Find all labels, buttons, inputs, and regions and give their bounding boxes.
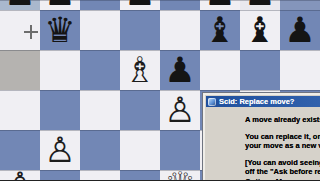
- square-c4[interactable]: [80, 90, 120, 130]
- black-pawn: ♟: [120, 0, 160, 10]
- square-d6[interactable]: [120, 10, 160, 50]
- square-e6[interactable]: [160, 10, 200, 50]
- dialog-text-line: [You can avoid seeing this dialog by tur…: [245, 158, 320, 168]
- scid-window: ♟♟♟♟♟♛♝♝♟♗♟♙♙♙♕ Scid: Replace move? A mo…: [0, 0, 320, 180]
- square-a3[interactable]: [0, 130, 40, 170]
- square-b3[interactable]: ♙: [40, 130, 80, 170]
- square-d4[interactable]: [120, 90, 160, 130]
- black-queen: ♛: [40, 10, 80, 50]
- dialog-paragraph: [You can avoid seeing this dialog by tur…: [245, 158, 320, 181]
- square-a6[interactable]: [0, 10, 40, 50]
- square-f7[interactable]: ♟: [200, 0, 240, 10]
- black-pawn: ♟: [240, 0, 280, 10]
- black-pawn: ♟: [0, 0, 40, 10]
- dialog-paragraph: You can replace it, or addyour move as a…: [245, 132, 320, 151]
- square-g5[interactable]: [240, 50, 280, 90]
- dialog-text-line: your move as a new variation.: [245, 141, 320, 151]
- square-g7[interactable]: ♟: [240, 0, 280, 10]
- dialog-message: A move already existsYou can replace it,…: [205, 108, 320, 180]
- black-bishop: ♝: [240, 10, 280, 50]
- white-bishop: ♗: [120, 50, 160, 90]
- square-d5[interactable]: ♗: [120, 50, 160, 90]
- dialog-text-line: off the "Ask before replacing moves" opt…: [245, 167, 320, 177]
- square-h6[interactable]: ♟: [280, 10, 320, 50]
- dialog-paragraph: A move already exists: [245, 115, 320, 125]
- replace-move-dialog[interactable]: Scid: Replace move? A move already exist…: [203, 93, 320, 180]
- square-b5[interactable]: [40, 50, 80, 90]
- square-h5[interactable]: [280, 50, 320, 90]
- black-pawn: ♟: [40, 0, 80, 10]
- square-a7[interactable]: ♟: [0, 0, 40, 10]
- square-e3[interactable]: [160, 130, 200, 170]
- square-b2[interactable]: [40, 170, 80, 180]
- dialog-text-line: A move already exists: [245, 115, 320, 125]
- white-pawn: ♙: [160, 90, 200, 130]
- black-pawn: ♟: [200, 0, 240, 10]
- black-pawn: ♟: [160, 50, 200, 90]
- square-e2[interactable]: ♕: [160, 170, 200, 180]
- black-pawn: ♟: [280, 10, 320, 50]
- square-c7[interactable]: [80, 0, 120, 10]
- square-d2[interactable]: [120, 170, 160, 180]
- square-e7[interactable]: [160, 0, 200, 10]
- white-pawn: ♙: [0, 170, 40, 180]
- black-bishop: ♝: [200, 10, 240, 50]
- square-c6[interactable]: [80, 10, 120, 50]
- crosshair-cursor: [0, 10, 40, 50]
- square-f5[interactable]: [200, 50, 240, 90]
- scid-app-icon: [208, 98, 216, 106]
- square-e5[interactable]: ♟: [160, 50, 200, 90]
- square-h7[interactable]: [280, 0, 320, 10]
- dialog-title: Scid: Replace move?: [216, 96, 294, 107]
- square-c3[interactable]: [80, 130, 120, 170]
- dialog-text-line: You can replace it, or add: [245, 132, 320, 142]
- square-b7[interactable]: ♟: [40, 0, 80, 10]
- square-b4[interactable]: [40, 90, 80, 130]
- square-g6[interactable]: ♝: [240, 10, 280, 50]
- square-c2[interactable]: [80, 170, 120, 180]
- square-a5[interactable]: [0, 50, 40, 90]
- white-pawn: ♙: [40, 130, 80, 170]
- dialog-titlebar[interactable]: Scid: Replace move?: [206, 96, 320, 107]
- square-e4[interactable]: ♙: [160, 90, 200, 130]
- square-d7[interactable]: ♟: [120, 0, 160, 10]
- square-f6[interactable]: ♝: [200, 10, 240, 50]
- square-d3[interactable]: [120, 130, 160, 170]
- square-a4[interactable]: [0, 90, 40, 130]
- dialog-text-line: Options:Moves menu]: [245, 177, 320, 181]
- square-a2[interactable]: ♙: [0, 170, 40, 180]
- square-c5[interactable]: [80, 50, 120, 90]
- square-b6[interactable]: ♛: [40, 10, 80, 50]
- white-queen: ♕: [160, 170, 200, 180]
